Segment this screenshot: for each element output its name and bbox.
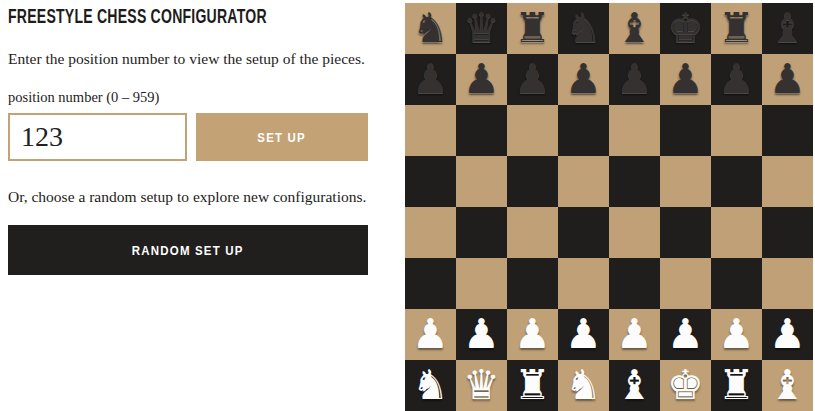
board-square: ♞ bbox=[558, 3, 609, 54]
board-square bbox=[762, 258, 813, 309]
chess-piece-br: ♜ bbox=[514, 8, 551, 49]
board-square bbox=[558, 207, 609, 258]
page-title: FREESTYLE CHESS CONFIGURATOR bbox=[8, 5, 274, 28]
board-square bbox=[558, 105, 609, 156]
board-square: ♟ bbox=[609, 54, 660, 105]
chess-piece-wb: ♝ bbox=[616, 365, 653, 406]
board-square bbox=[711, 156, 762, 207]
board-square bbox=[660, 258, 711, 309]
chess-piece-wp: ♟ bbox=[718, 314, 755, 355]
board-square bbox=[456, 207, 507, 258]
position-number-label: position number (0 – 959) bbox=[8, 89, 368, 106]
chess-piece-wp: ♟ bbox=[463, 314, 500, 355]
chess-piece-wn: ♞ bbox=[565, 365, 602, 406]
board-square bbox=[507, 156, 558, 207]
page: FREESTYLE CHESS CONFIGURATOR Enter the p… bbox=[0, 0, 815, 411]
board-square bbox=[609, 105, 660, 156]
random-setup-text: Or, choose a random setup to explore new… bbox=[8, 188, 368, 206]
chess-piece-wp: ♟ bbox=[565, 314, 602, 355]
chess-piece-bn: ♞ bbox=[412, 8, 449, 49]
board-square bbox=[762, 207, 813, 258]
board-square bbox=[456, 156, 507, 207]
board-square: ♞ bbox=[405, 3, 456, 54]
board-square: ♟ bbox=[711, 309, 762, 360]
board-square bbox=[558, 156, 609, 207]
board-square bbox=[507, 258, 558, 309]
random-set-up-button[interactable]: RANDOM SET UP bbox=[8, 225, 368, 275]
board-square: ♛ bbox=[456, 3, 507, 54]
board-square: ♜ bbox=[507, 360, 558, 411]
board-square: ♟ bbox=[762, 54, 813, 105]
set-up-button[interactable]: SET UP bbox=[196, 113, 368, 161]
board-square bbox=[609, 258, 660, 309]
configurator-panel: FREESTYLE CHESS CONFIGURATOR Enter the p… bbox=[8, 6, 368, 275]
board-square: ♟ bbox=[507, 309, 558, 360]
description-text: Enter the position number to view the se… bbox=[8, 50, 368, 68]
chess-piece-wp: ♟ bbox=[514, 314, 551, 355]
chess-piece-bp: ♟ bbox=[463, 59, 500, 100]
board-square bbox=[762, 105, 813, 156]
chess-piece-bn: ♞ bbox=[565, 8, 602, 49]
board-square: ♝ bbox=[762, 360, 813, 411]
chess-piece-bp: ♟ bbox=[616, 59, 653, 100]
board-square bbox=[609, 156, 660, 207]
chess-piece-wq: ♛ bbox=[463, 365, 500, 406]
board-square: ♚ bbox=[660, 360, 711, 411]
board-square bbox=[660, 156, 711, 207]
board-square bbox=[456, 258, 507, 309]
input-row: SET UP bbox=[8, 113, 368, 161]
board-square bbox=[609, 207, 660, 258]
chess-piece-wr: ♜ bbox=[718, 365, 755, 406]
board-square: ♟ bbox=[762, 309, 813, 360]
chess-piece-bp: ♟ bbox=[565, 59, 602, 100]
board-square: ♟ bbox=[558, 54, 609, 105]
board-square bbox=[405, 258, 456, 309]
board-square: ♟ bbox=[456, 54, 507, 105]
board-square bbox=[660, 105, 711, 156]
board-square bbox=[405, 156, 456, 207]
board-square: ♟ bbox=[405, 309, 456, 360]
position-number-input[interactable] bbox=[8, 113, 187, 161]
board-square bbox=[660, 207, 711, 258]
board-square: ♟ bbox=[558, 309, 609, 360]
board-square: ♝ bbox=[762, 3, 813, 54]
board-square bbox=[405, 105, 456, 156]
board-square bbox=[405, 207, 456, 258]
chess-piece-bb: ♝ bbox=[769, 8, 806, 49]
chess-piece-wp: ♟ bbox=[769, 314, 806, 355]
board-square bbox=[711, 105, 762, 156]
board-square: ♟ bbox=[609, 309, 660, 360]
board-square: ♟ bbox=[711, 54, 762, 105]
chess-piece-bq: ♛ bbox=[463, 8, 500, 49]
board-square: ♟ bbox=[507, 54, 558, 105]
chess-piece-wk: ♚ bbox=[667, 365, 704, 406]
board-square: ♝ bbox=[609, 3, 660, 54]
chess-piece-bp: ♟ bbox=[718, 59, 755, 100]
chess-piece-wp: ♟ bbox=[667, 314, 704, 355]
board-square bbox=[711, 258, 762, 309]
chess-piece-wb: ♝ bbox=[769, 365, 806, 406]
chess-piece-bp: ♟ bbox=[769, 59, 806, 100]
board-square: ♟ bbox=[660, 309, 711, 360]
chess-piece-bk: ♚ bbox=[667, 8, 704, 49]
set-up-button-label: SET UP bbox=[258, 130, 307, 145]
board-square bbox=[558, 258, 609, 309]
board-square: ♟ bbox=[456, 309, 507, 360]
board-square: ♜ bbox=[711, 3, 762, 54]
board-square bbox=[711, 207, 762, 258]
chess-piece-wp: ♟ bbox=[616, 314, 653, 355]
board-square: ♞ bbox=[405, 360, 456, 411]
random-set-up-button-label: RANDOM SET UP bbox=[132, 243, 244, 258]
chess-piece-wn: ♞ bbox=[412, 365, 449, 406]
chess-piece-bp: ♟ bbox=[412, 59, 449, 100]
chess-board: ♞♛♜♞♝♚♜♝♟♟♟♟♟♟♟♟♟♟♟♟♟♟♟♟♞♛♜♞♝♚♜♝ bbox=[405, 3, 813, 411]
board-square: ♞ bbox=[558, 360, 609, 411]
board-square bbox=[456, 105, 507, 156]
chess-piece-bp: ♟ bbox=[667, 59, 704, 100]
chess-piece-br: ♜ bbox=[718, 8, 755, 49]
chess-piece-wr: ♜ bbox=[514, 365, 551, 406]
board-square: ♜ bbox=[711, 360, 762, 411]
board-square bbox=[507, 207, 558, 258]
board-square: ♟ bbox=[405, 54, 456, 105]
board-square bbox=[762, 156, 813, 207]
board-square: ♜ bbox=[507, 3, 558, 54]
board-square: ♛ bbox=[456, 360, 507, 411]
board-square: ♝ bbox=[609, 360, 660, 411]
board-square: ♟ bbox=[660, 54, 711, 105]
chess-piece-bp: ♟ bbox=[514, 59, 551, 100]
board-square: ♚ bbox=[660, 3, 711, 54]
chess-piece-wp: ♟ bbox=[412, 314, 449, 355]
chess-piece-bb: ♝ bbox=[616, 8, 653, 49]
board-square bbox=[507, 105, 558, 156]
